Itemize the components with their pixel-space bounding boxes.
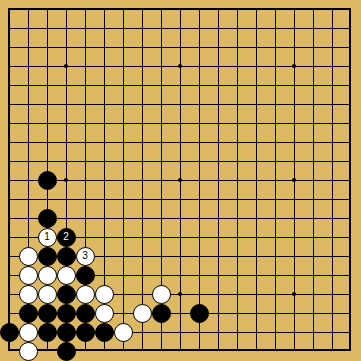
stone-black[interactable] <box>38 304 57 323</box>
star-point <box>178 178 182 182</box>
stone-white[interactable] <box>19 285 38 304</box>
star-point <box>178 292 182 296</box>
stone-black[interactable] <box>57 342 76 361</box>
stone-white[interactable] <box>57 266 76 285</box>
stone-black[interactable] <box>95 323 114 342</box>
stone-black[interactable] <box>0 323 19 342</box>
stone-white[interactable] <box>114 323 133 342</box>
stone-black[interactable] <box>76 304 95 323</box>
go-diagram: 123 <box>0 0 361 361</box>
stone-black[interactable] <box>152 304 171 323</box>
stone-white[interactable] <box>95 285 114 304</box>
stone-white[interactable] <box>38 285 57 304</box>
stone-white[interactable] <box>19 323 38 342</box>
star-point <box>292 178 296 182</box>
star-point <box>292 292 296 296</box>
stone-black[interactable]: 2 <box>57 228 76 247</box>
move-number: 3 <box>82 251 88 261</box>
stone-black[interactable] <box>57 247 76 266</box>
stone-black[interactable] <box>57 323 76 342</box>
stone-white[interactable] <box>19 247 38 266</box>
stones-layer: 123 <box>0 0 361 361</box>
stone-black[interactable] <box>76 323 95 342</box>
stone-black[interactable] <box>57 285 76 304</box>
star-point <box>292 64 296 68</box>
stone-white[interactable] <box>19 342 38 361</box>
stone-black[interactable] <box>38 209 57 228</box>
stone-black[interactable] <box>57 304 76 323</box>
star-point <box>64 64 68 68</box>
stone-black[interactable] <box>38 247 57 266</box>
stone-white[interactable] <box>19 266 38 285</box>
stone-black[interactable] <box>19 304 38 323</box>
stone-black[interactable] <box>38 171 57 190</box>
stone-white[interactable] <box>95 304 114 323</box>
star-point <box>64 178 68 182</box>
stone-white[interactable] <box>38 266 57 285</box>
stone-white[interactable] <box>152 285 171 304</box>
move-number: 2 <box>63 232 69 242</box>
go-board[interactable]: 123 <box>0 0 361 361</box>
stone-black[interactable] <box>76 266 95 285</box>
move-number: 1 <box>44 232 50 242</box>
stone-white[interactable] <box>133 304 152 323</box>
stone-white[interactable]: 3 <box>76 247 95 266</box>
stone-white[interactable]: 1 <box>38 228 57 247</box>
stone-white[interactable] <box>76 285 95 304</box>
star-point <box>178 64 182 68</box>
stone-black[interactable] <box>190 304 209 323</box>
stone-black[interactable] <box>38 323 57 342</box>
